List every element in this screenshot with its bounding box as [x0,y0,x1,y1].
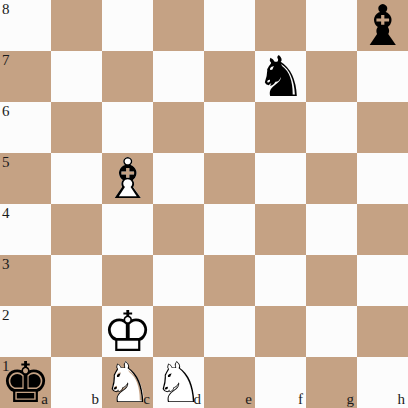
file-label-h: h [398,392,406,407]
chess-board: 8♝7♞65♝♗432♚♔1a♚bc♞♘d♞♘efgh [0,0,408,408]
square-b8[interactable] [51,0,102,51]
piece-black-knight[interactable]: ♞ [255,51,306,102]
square-c5[interactable]: ♝♗ [102,153,153,204]
square-c7[interactable] [102,51,153,102]
square-b4[interactable] [51,204,102,255]
square-f5[interactable] [255,153,306,204]
square-f6[interactable] [255,102,306,153]
square-h2[interactable] [357,306,408,357]
square-g4[interactable] [306,204,357,255]
square-e2[interactable] [204,306,255,357]
square-a6[interactable]: 6 [0,102,51,153]
black-knight-icon: ♞ [255,51,306,102]
square-g5[interactable] [306,153,357,204]
square-b3[interactable] [51,255,102,306]
rank-label-1: 1 [2,359,10,374]
square-e3[interactable] [204,255,255,306]
square-d1[interactable]: d♞♘ [153,357,204,408]
rank-label-7: 7 [2,53,10,68]
square-d8[interactable] [153,0,204,51]
square-h1[interactable]: h [357,357,408,408]
square-d5[interactable] [153,153,204,204]
square-d6[interactable] [153,102,204,153]
square-g6[interactable] [306,102,357,153]
square-d7[interactable] [153,51,204,102]
square-a1[interactable]: 1a♚ [0,357,51,408]
square-f3[interactable] [255,255,306,306]
square-e8[interactable] [204,0,255,51]
file-label-e: e [245,392,252,407]
file-label-a: a [41,392,48,407]
square-g8[interactable] [306,0,357,51]
square-e6[interactable] [204,102,255,153]
square-f1[interactable]: f [255,357,306,408]
square-g3[interactable] [306,255,357,306]
square-e5[interactable] [204,153,255,204]
rank-label-6: 6 [2,104,10,119]
square-h3[interactable] [357,255,408,306]
square-b6[interactable] [51,102,102,153]
rank-label-2: 2 [2,308,10,323]
square-b5[interactable] [51,153,102,204]
square-f4[interactable] [255,204,306,255]
file-label-g: g [347,392,355,407]
square-a5[interactable]: 5 [0,153,51,204]
square-c1[interactable]: c♞♘ [102,357,153,408]
square-h7[interactable] [357,51,408,102]
square-a8[interactable]: 8 [0,0,51,51]
square-g2[interactable] [306,306,357,357]
file-label-d: d [194,392,202,407]
white-bishop-icon: ♗ [102,153,153,204]
square-e4[interactable] [204,204,255,255]
piece-black-bishop[interactable]: ♝ [357,0,408,51]
square-g7[interactable] [306,51,357,102]
square-h5[interactable] [357,153,408,204]
square-h6[interactable] [357,102,408,153]
rank-label-8: 8 [2,2,10,17]
square-e1[interactable]: e [204,357,255,408]
piece-white-bishop[interactable]: ♝♗ [102,153,153,204]
square-d4[interactable] [153,204,204,255]
rank-label-4: 4 [2,206,10,221]
square-b1[interactable]: b [51,357,102,408]
square-h4[interactable] [357,204,408,255]
square-f2[interactable] [255,306,306,357]
black-bishop-icon: ♝ [357,0,408,51]
file-label-c: c [143,392,150,407]
square-c8[interactable] [102,0,153,51]
square-a3[interactable]: 3 [0,255,51,306]
square-a7[interactable]: 7 [0,51,51,102]
square-a4[interactable]: 4 [0,204,51,255]
file-label-b: b [92,392,100,407]
square-c4[interactable] [102,204,153,255]
square-e7[interactable] [204,51,255,102]
square-b7[interactable] [51,51,102,102]
file-label-f: f [298,392,303,407]
square-d3[interactable] [153,255,204,306]
square-g1[interactable]: g [306,357,357,408]
rank-label-5: 5 [2,155,10,170]
square-f7[interactable]: ♞ [255,51,306,102]
square-b2[interactable] [51,306,102,357]
square-h8[interactable]: ♝ [357,0,408,51]
rank-label-3: 3 [2,257,10,272]
